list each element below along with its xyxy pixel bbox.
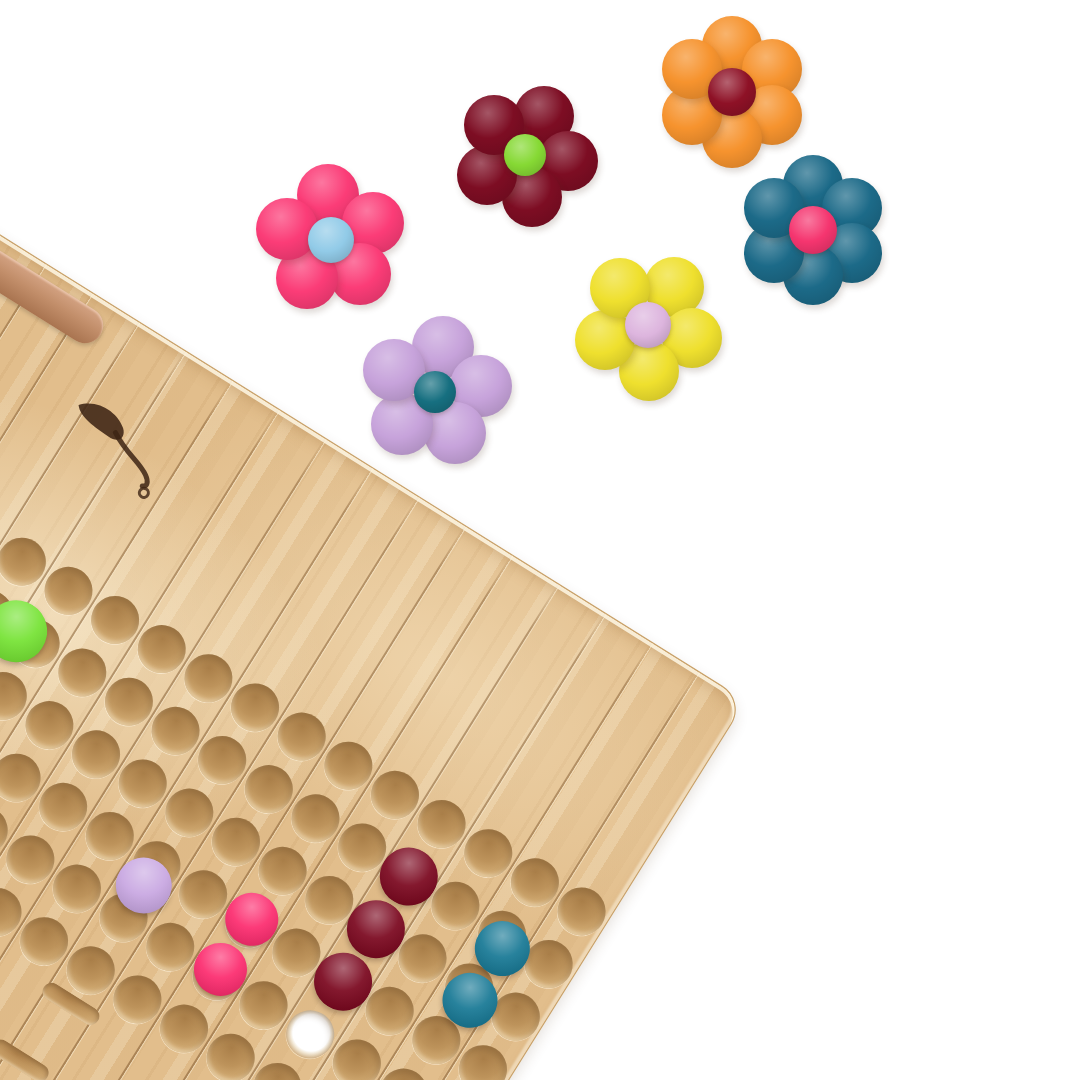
flower-center [308,217,354,263]
carved-slot [0,1036,52,1080]
flower-center [625,302,671,348]
flower-center [504,134,546,176]
flower-center [708,68,756,116]
flower-center [414,371,456,413]
flower-center [789,206,837,254]
wood-knot [43,379,197,514]
scene [0,0,1080,1080]
